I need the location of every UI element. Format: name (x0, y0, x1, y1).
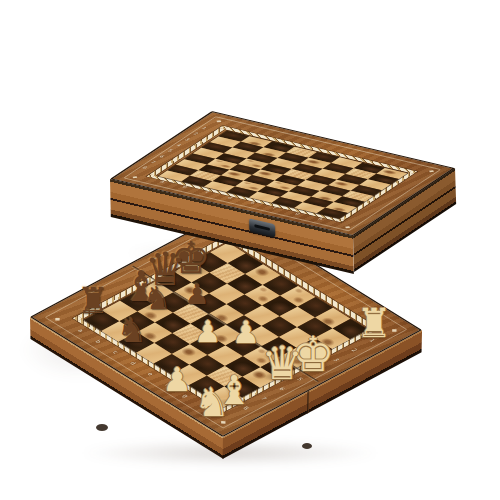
white-pawn: ♟ (195, 317, 222, 347)
black-knight: ♞ (143, 282, 172, 314)
black-pawn: ♟ (184, 281, 209, 309)
white-queen: ♛ (261, 340, 302, 386)
black-rook: ♜ (77, 283, 109, 319)
white-rook: ♜ (356, 303, 392, 343)
white-knight: ♞ (194, 382, 230, 422)
white-pawn-3: ♟ (162, 363, 192, 396)
black-knight-2: ♞ (117, 313, 147, 347)
pieces-layer: ♚♛♝♟♞♜♜♞♟♟♚♛♟♝♞ (0, 0, 500, 500)
chess-set-product-photo: abcdefgh 12345678 abcdefgh 12345678 ♚♛♝♟… (0, 0, 500, 500)
white-pawn-2: ♟ (232, 317, 260, 348)
